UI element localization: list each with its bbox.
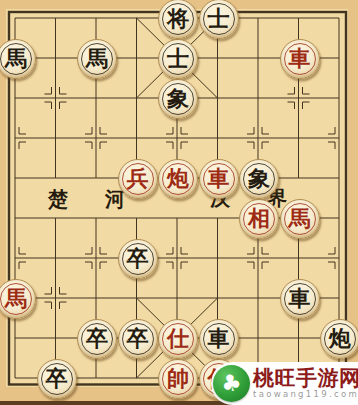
clover-icon: ♣: [213, 365, 250, 402]
piece-red-chariot[interactable]: 車: [199, 159, 239, 199]
piece-black-soldier[interactable]: 卒: [77, 319, 117, 359]
watermark: ♣ 桃旺手游网 taowang119.com: [211, 362, 358, 405]
piece-black-cannon[interactable]: 炮: [320, 319, 358, 359]
piece-red-soldier[interactable]: 兵: [118, 159, 158, 199]
piece-black-horse[interactable]: 馬: [77, 39, 117, 79]
piece-black-advisor[interactable]: 士: [199, 0, 239, 39]
piece-red-cannon[interactable]: 炮: [158, 159, 198, 199]
piece-black-chariot[interactable]: 車: [280, 279, 320, 319]
piece-black-chariot[interactable]: 車: [199, 319, 239, 359]
piece-red-general[interactable]: 帥: [158, 359, 198, 399]
piece-black-elephant[interactable]: 象: [158, 79, 198, 119]
piece-black-soldier[interactable]: 卒: [118, 319, 158, 359]
xiangqi-app-screen: 楚河 汉界 将士馬馬士車象兵炮車象相馬卒馬車卒卒仕車炮卒帥仕 ♣ 桃旺手游网 t…: [0, 0, 358, 405]
watermark-title: 桃旺手游网: [253, 367, 358, 389]
piece-red-elephant[interactable]: 相: [239, 199, 279, 239]
piece-black-advisor[interactable]: 士: [158, 39, 198, 79]
piece-red-advisor[interactable]: 仕: [158, 319, 198, 359]
piece-red-chariot[interactable]: 車: [280, 39, 320, 79]
piece-black-elephant[interactable]: 象: [239, 159, 279, 199]
piece-red-horse[interactable]: 馬: [280, 199, 320, 239]
piece-black-soldier[interactable]: 卒: [118, 239, 158, 279]
piece-black-general[interactable]: 将: [158, 0, 198, 39]
watermark-url: taowang119.com: [253, 390, 358, 399]
piece-black-soldier[interactable]: 卒: [37, 359, 77, 399]
